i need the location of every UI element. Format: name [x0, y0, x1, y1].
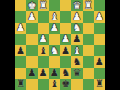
black-pawn: ♟: [27, 68, 36, 78]
square-f8[interactable]: [38, 79, 49, 90]
square-a7[interactable]: [94, 68, 105, 79]
black-pawn: ♟: [50, 68, 59, 78]
square-f1[interactable]: ♜: [38, 0, 49, 11]
black-bishop: ♝: [39, 45, 48, 55]
square-g4[interactable]: [26, 34, 37, 45]
square-f7[interactable]: ♟: [38, 68, 49, 79]
square-d3[interactable]: [60, 23, 71, 34]
black-queen: ♛: [72, 68, 81, 78]
white-pawn: ♟: [50, 23, 59, 33]
square-g5[interactable]: [26, 45, 37, 56]
square-e1[interactable]: [49, 0, 60, 11]
white-pawn: ♟: [27, 11, 36, 21]
square-d7[interactable]: ♞: [60, 68, 71, 79]
square-a1[interactable]: [94, 0, 105, 11]
chess-board[interactable]: ♚♜♛♜♟♝♟♟♟♟♞♟♟♟♟♝♞♟♝♞♟♟♟♟♞♛♜♝♚♜: [15, 0, 105, 90]
square-h3[interactable]: ♟: [15, 23, 26, 34]
black-knight: ♞: [72, 56, 81, 66]
square-g1[interactable]: ♚: [26, 0, 37, 11]
square-d4[interactable]: ♟: [60, 34, 71, 45]
square-d2[interactable]: [60, 11, 71, 22]
square-e7[interactable]: ♟: [49, 68, 60, 79]
square-b1[interactable]: ♜: [83, 0, 94, 11]
white-rook: ♜: [39, 0, 48, 10]
square-b4[interactable]: [83, 34, 94, 45]
square-g7[interactable]: ♟: [26, 68, 37, 79]
square-h5[interactable]: ♟: [15, 45, 26, 56]
square-c6[interactable]: ♞: [71, 56, 82, 67]
white-rook: ♜: [84, 0, 93, 10]
black-pawn: ♟: [39, 68, 48, 78]
white-pawn: ♟: [61, 34, 70, 44]
white-bishop: ♝: [50, 11, 59, 21]
square-b2[interactable]: [83, 11, 94, 22]
square-c5[interactable]: ♝: [71, 45, 82, 56]
square-h1[interactable]: [15, 0, 26, 11]
white-knight: ♞: [50, 45, 59, 55]
black-knight: ♞: [61, 68, 70, 78]
square-g3[interactable]: [26, 23, 37, 34]
black-pawn: ♟: [72, 34, 81, 44]
right-letterbox: [105, 0, 120, 90]
square-h6[interactable]: [15, 56, 26, 67]
black-pawn: ♟: [95, 56, 104, 66]
square-e5[interactable]: ♞: [49, 45, 60, 56]
white-knight: ♞: [72, 23, 81, 33]
square-d8[interactable]: ♚: [60, 79, 71, 90]
white-pawn: ♟: [72, 11, 81, 21]
square-a4[interactable]: [94, 34, 105, 45]
square-c4[interactable]: ♟: [71, 34, 82, 45]
square-b7[interactable]: [83, 68, 94, 79]
square-c7[interactable]: ♛: [71, 68, 82, 79]
square-h2[interactable]: [15, 11, 26, 22]
white-pawn: ♟: [39, 34, 48, 44]
square-h8[interactable]: ♜: [15, 79, 26, 90]
square-c8[interactable]: [71, 79, 82, 90]
square-d5[interactable]: ♟: [60, 45, 71, 56]
square-f6[interactable]: [38, 56, 49, 67]
left-letterbox: [0, 0, 15, 90]
white-pawn: ♟: [16, 23, 25, 33]
square-a2[interactable]: ♟: [94, 11, 105, 22]
square-e3[interactable]: ♟: [49, 23, 60, 34]
square-e6[interactable]: [49, 56, 60, 67]
white-king: ♚: [27, 0, 36, 10]
square-h4[interactable]: [15, 34, 26, 45]
square-g2[interactable]: ♟: [26, 11, 37, 22]
square-b6[interactable]: [83, 56, 94, 67]
black-king: ♚: [61, 79, 70, 89]
square-c2[interactable]: ♟: [71, 11, 82, 22]
square-e2[interactable]: ♝: [49, 11, 60, 22]
square-a8[interactable]: ♜: [94, 79, 105, 90]
white-bishop: ♝: [72, 45, 81, 55]
black-pawn: ♟: [61, 45, 70, 55]
square-h7[interactable]: [15, 68, 26, 79]
white-queen: ♛: [72, 0, 81, 10]
black-rook: ♜: [95, 79, 104, 89]
black-rook: ♜: [16, 79, 25, 89]
square-c1[interactable]: ♛: [71, 0, 82, 11]
square-b3[interactable]: [83, 23, 94, 34]
square-g6[interactable]: [26, 56, 37, 67]
square-f5[interactable]: ♝: [38, 45, 49, 56]
square-a5[interactable]: [94, 45, 105, 56]
square-d1[interactable]: [60, 0, 71, 11]
square-e4[interactable]: [49, 34, 60, 45]
black-pawn: ♟: [16, 45, 25, 55]
square-c3[interactable]: ♞: [71, 23, 82, 34]
square-g8[interactable]: [26, 79, 37, 90]
square-d6[interactable]: [60, 56, 71, 67]
square-e8[interactable]: ♝: [49, 79, 60, 90]
white-pawn: ♟: [95, 11, 104, 21]
square-f3[interactable]: [38, 23, 49, 34]
square-a3[interactable]: [94, 23, 105, 34]
square-a6[interactable]: ♟: [94, 56, 105, 67]
square-f2[interactable]: [38, 11, 49, 22]
square-f4[interactable]: ♟: [38, 34, 49, 45]
square-b8[interactable]: [83, 79, 94, 90]
square-b5[interactable]: [83, 45, 94, 56]
black-bishop: ♝: [50, 79, 59, 89]
